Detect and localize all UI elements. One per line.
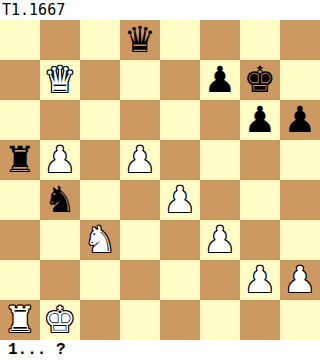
square-g2[interactable]: ♟ (240, 260, 280, 300)
square-e6[interactable] (160, 100, 200, 140)
square-h5[interactable] (280, 140, 320, 180)
square-c8[interactable] (80, 20, 120, 60)
square-a3[interactable] (0, 220, 40, 260)
square-c1[interactable] (80, 300, 120, 340)
white-pawn: ♟ (44, 140, 76, 180)
square-b8[interactable] (40, 20, 80, 60)
square-e7[interactable] (160, 60, 200, 100)
square-d8[interactable]: ♛ (120, 20, 160, 60)
square-d5[interactable]: ♟ (120, 140, 160, 180)
square-e8[interactable] (160, 20, 200, 60)
black-pawn: ♟ (244, 100, 276, 140)
square-a1[interactable]: ♜ (0, 300, 40, 340)
square-e1[interactable] (160, 300, 200, 340)
square-h7[interactable] (280, 60, 320, 100)
square-f8[interactable] (200, 20, 240, 60)
square-f7[interactable]: ♟ (200, 60, 240, 100)
square-g3[interactable] (240, 220, 280, 260)
square-a6[interactable] (0, 100, 40, 140)
square-d2[interactable] (120, 260, 160, 300)
square-a2[interactable] (0, 260, 40, 300)
square-h3[interactable] (280, 220, 320, 260)
square-a4[interactable] (0, 180, 40, 220)
square-g6[interactable]: ♟ (240, 100, 280, 140)
chess-puzzle-window: T1.1667 ♛♛♟♚♟♟♜♟♟♞♟♞♟♟♟♜♚ 1... ? (0, 0, 320, 360)
square-g7[interactable]: ♚ (240, 60, 280, 100)
move-prompt: 1... ? (0, 340, 320, 360)
black-queen: ♛ (124, 20, 156, 60)
square-b2[interactable] (40, 260, 80, 300)
white-king: ♚ (44, 300, 76, 340)
white-pawn: ♟ (284, 260, 316, 300)
square-h1[interactable] (280, 300, 320, 340)
white-pawn: ♟ (164, 180, 196, 220)
square-h8[interactable] (280, 20, 320, 60)
black-king: ♚ (244, 60, 276, 100)
square-e5[interactable] (160, 140, 200, 180)
square-g5[interactable] (240, 140, 280, 180)
square-g1[interactable] (240, 300, 280, 340)
square-c5[interactable] (80, 140, 120, 180)
square-b1[interactable]: ♚ (40, 300, 80, 340)
square-a8[interactable] (0, 20, 40, 60)
white-pawn: ♟ (204, 220, 236, 260)
square-b3[interactable] (40, 220, 80, 260)
square-d7[interactable] (120, 60, 160, 100)
square-f6[interactable] (200, 100, 240, 140)
white-knight: ♞ (84, 220, 116, 260)
square-b7[interactable]: ♛ (40, 60, 80, 100)
square-b5[interactable]: ♟ (40, 140, 80, 180)
square-g8[interactable] (240, 20, 280, 60)
black-knight: ♞ (44, 180, 76, 220)
square-f2[interactable] (200, 260, 240, 300)
square-g4[interactable] (240, 180, 280, 220)
square-f5[interactable] (200, 140, 240, 180)
square-a7[interactable] (0, 60, 40, 100)
square-e2[interactable] (160, 260, 200, 300)
square-c3[interactable]: ♞ (80, 220, 120, 260)
square-e3[interactable] (160, 220, 200, 260)
square-b4[interactable]: ♞ (40, 180, 80, 220)
square-d3[interactable] (120, 220, 160, 260)
square-c6[interactable] (80, 100, 120, 140)
square-b6[interactable] (40, 100, 80, 140)
square-c4[interactable] (80, 180, 120, 220)
square-h2[interactable]: ♟ (280, 260, 320, 300)
white-queen: ♛ (44, 60, 76, 100)
white-pawn: ♟ (244, 260, 276, 300)
square-f1[interactable] (200, 300, 240, 340)
square-d1[interactable] (120, 300, 160, 340)
square-a5[interactable]: ♜ (0, 140, 40, 180)
square-d6[interactable] (120, 100, 160, 140)
black-rook: ♜ (4, 140, 36, 180)
black-pawn: ♟ (204, 60, 236, 100)
square-c2[interactable] (80, 260, 120, 300)
puzzle-title: T1.1667 (0, 0, 320, 20)
white-rook: ♜ (4, 300, 36, 340)
chess-board: ♛♛♟♚♟♟♜♟♟♞♟♞♟♟♟♜♚ (0, 20, 320, 340)
square-h6[interactable]: ♟ (280, 100, 320, 140)
square-h4[interactable] (280, 180, 320, 220)
square-e4[interactable]: ♟ (160, 180, 200, 220)
white-pawn: ♟ (124, 140, 156, 180)
square-f3[interactable]: ♟ (200, 220, 240, 260)
black-pawn: ♟ (284, 100, 316, 140)
square-d4[interactable] (120, 180, 160, 220)
square-c7[interactable] (80, 60, 120, 100)
square-f4[interactable] (200, 180, 240, 220)
